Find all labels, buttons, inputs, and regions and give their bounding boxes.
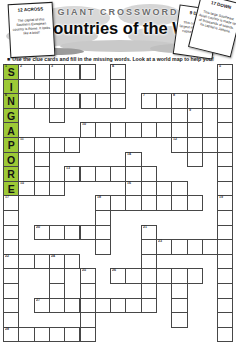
grid-cell-6-14[interactable] [217,152,233,168]
grid-cell-8-9[interactable] [141,181,157,197]
answer-letter: N [4,94,18,108]
crossword-poster: GIANT CROSSWORD Countries of the World 9… [0,0,236,343]
grid-cell-8-1[interactable]: 15 [18,181,34,197]
grid-cell-15-9[interactable] [141,283,157,299]
grid-cell-13-1[interactable] [18,254,34,270]
clue-number: 26 [112,268,116,272]
grid-cell-5-13[interactable] [202,137,218,153]
grid-cell-14-5[interactable]: 25 [80,268,96,284]
grid-cell-12-9[interactable] [141,239,157,255]
grid-cell-3-0[interactable]: G [3,108,19,124]
grid-cell-7-0[interactable]: R [3,166,19,182]
grid-cell-7-4[interactable]: 13 [64,166,80,182]
clue-number: 16 [127,181,131,185]
grid-cell-15-14[interactable] [217,283,233,299]
clue-number: 23 [158,239,162,243]
grid-cell-12-11[interactable] [171,239,187,255]
grid-cell-12-10[interactable]: 23 [156,239,172,255]
grid-cell-11-14[interactable] [217,225,233,241]
grid-cell-2-7[interactable] [110,93,126,109]
grid-cell-8-11[interactable] [171,181,187,197]
answer-letter: I [4,80,18,94]
grid-cell-16-5[interactable] [80,298,96,314]
grid-cell-12-13[interactable] [202,239,218,255]
grid-cell-18-14[interactable] [217,327,233,343]
grid-cell-4-0[interactable]: A [3,122,19,138]
clue-number: 13 [66,166,70,170]
grid-cell-15-3[interactable] [49,283,65,299]
clue-card-body: The capital of this Southern European co… [9,17,53,36]
grid-cell-16-7[interactable] [110,298,126,314]
grid-cell-4-6[interactable] [95,122,111,138]
grid-cell-12-14[interactable] [217,239,233,255]
grid-cell-14-11[interactable] [171,268,187,284]
grid-cell-5-4[interactable] [64,137,80,153]
grid-cell-14-14[interactable] [217,268,233,284]
clue-number: 20 [36,225,40,229]
grid-cell-0-7[interactable]: 4 [110,64,126,80]
grid-cell-14-8[interactable] [125,268,141,284]
grid-cell-3-14[interactable] [217,108,233,124]
grid-cell-5-3[interactable] [49,137,65,153]
grid-cell-14-10[interactable] [156,268,172,284]
clue-card-12-across: 12 ACROSS The capital of this Southern E… [8,2,56,58]
grid-cell-10-14[interactable] [217,210,233,226]
instruction-text: Use the clue cards and fill in the missi… [12,56,213,62]
clue-number: 11 [20,137,24,141]
answer-letter: G [4,109,18,123]
grid-cell-11-6[interactable] [95,225,111,241]
grid-cell-9-10[interactable] [156,195,172,211]
grid-cell-11-0[interactable] [3,225,19,241]
grid-cell-2-14[interactable] [217,93,233,109]
crossword-grid: 1S2345I6N78G9A10P1112O14R13E151617181920… [3,64,233,342]
grid-cell-9-14[interactable]: 19 [217,195,233,211]
grid-cell-16-6[interactable] [95,298,111,314]
grid-cell-18-5[interactable] [80,327,96,343]
grid-cell-8-10[interactable] [156,181,172,197]
grid-cell-4-14[interactable] [217,122,233,138]
grid-cell-11-3[interactable] [49,225,65,241]
grid-cell-16-3[interactable] [49,298,65,314]
grid-cell-1-7[interactable] [110,79,126,95]
grid-cell-2-10[interactable] [156,93,172,109]
grid-cell-17-0[interactable] [3,312,19,328]
grid-cell-4-8[interactable] [125,122,141,138]
grid-cell-0-4[interactable] [64,64,80,80]
grid-cell-16-0[interactable] [3,298,19,314]
answer-letter: S [4,65,18,79]
grid-cell-16-9[interactable] [141,298,157,314]
grid-cell-4-7[interactable] [110,122,126,138]
grid-cell-2-11[interactable]: 8 [171,93,187,109]
grid-cell-18-0[interactable]: 28 [3,327,19,343]
clue-number: 21 [143,225,147,229]
grid-cell-3-3[interactable] [49,108,65,124]
grid-cell-12-12[interactable] [187,239,203,255]
clue-card-body: This large Southeast Asian country is ma… [195,8,236,35]
square-bullet-icon: ■ [7,56,10,62]
grid-cell-6-2[interactable] [34,152,50,168]
grid-cell-4-9[interactable] [141,122,157,138]
grid-cell-6-12[interactable] [187,152,203,168]
clue-number: 18 [97,195,101,199]
grid-cell-16-14[interactable] [217,298,233,314]
grid-cell-18-1[interactable] [18,327,34,343]
grid-cell-14-7[interactable]: 26 [110,268,126,284]
clue-number: 14 [127,152,131,156]
grid-cell-6-8[interactable]: 14 [125,152,141,168]
grid-cell-16-2[interactable]: 27 [34,298,50,314]
answer-letter: E [4,182,18,196]
grid-cell-0-1[interactable]: 2 [18,64,34,80]
grid-cell-13-9[interactable] [141,254,157,270]
clue-number: 12 [173,137,177,141]
clue-number: 19 [219,195,223,199]
grid-cell-4-12[interactable] [187,122,203,138]
clue-number: 15 [20,181,24,185]
grid-cell-2-0[interactable]: 6N [3,93,19,109]
grid-cell-0-5[interactable] [80,64,96,80]
grid-cell-14-0[interactable] [3,268,19,284]
grid-cell-14-12[interactable] [187,268,203,284]
grid-cell-8-3[interactable] [49,181,65,197]
grid-cell-10-0[interactable] [3,210,19,226]
grid-cell-7-14[interactable] [217,166,233,182]
clue-number: 3 [51,64,53,68]
grid-cell-15-5[interactable] [80,283,96,299]
grid-cell-15-11[interactable] [171,283,187,299]
grid-cell-2-9[interactable]: 7 [141,93,157,109]
grid-cell-10-6[interactable] [95,210,111,226]
grid-cell-7-6[interactable] [95,166,111,182]
grid-cell-9-12[interactable] [187,195,203,211]
grid-cell-9-0[interactable]: 17 [3,195,19,211]
grid-cell-11-4[interactable] [64,225,80,241]
grid-cell-18-4[interactable] [64,327,80,343]
grid-cell-2-13[interactable] [202,93,218,109]
grid-cell-7-2[interactable] [34,166,50,182]
instruction-line: ■Use the clue cards and fill in the miss… [7,56,205,61]
grid-cell-11-9[interactable]: 21 [141,225,157,241]
answer-letter: R [4,167,18,181]
grid-cell-5-12[interactable] [187,137,203,153]
grid-cell-0-14[interactable]: 5 [217,64,233,80]
grid-cell-5-2[interactable] [34,137,50,153]
grid-cell-7-7[interactable] [110,166,126,182]
grid-cell-5-14[interactable] [217,137,233,153]
grid-cell-0-2[interactable] [34,64,50,80]
grid-cell-3-12[interactable]: 9 [187,108,203,124]
grid-cell-0-3[interactable]: 3 [49,64,65,80]
grid-cell-8-2[interactable] [34,181,50,197]
clue-number: 10 [82,122,86,126]
clue-number: 27 [36,298,40,302]
clue-number: 2 [20,64,22,68]
grid-cell-16-4[interactable] [64,298,80,314]
grid-cell-2-6[interactable] [95,93,111,109]
clue-number: 22 [5,254,9,258]
grid-cell-13-4[interactable] [64,254,80,270]
grid-cell-2-12[interactable] [187,93,203,109]
grid-cell-15-0[interactable] [3,283,19,299]
clue-number: 4 [112,64,114,68]
grid-cell-6-0[interactable]: O [3,152,19,168]
grid-cell-7-8[interactable] [125,166,141,182]
grid-cell-5-0[interactable]: P [3,137,19,153]
grid-cell-13-3[interactable]: 24 [49,254,65,270]
answer-letter: P [4,138,18,152]
grid-cell-14-3[interactable] [49,268,65,284]
grid-cell-1-3[interactable] [49,79,65,95]
grid-cell-0-0[interactable]: 1S [3,64,19,80]
clue-number: 8 [173,93,175,97]
grid-cell-2-4[interactable] [64,93,80,109]
grid-cell-3-11[interactable] [171,108,187,124]
grid-cell-16-11[interactable] [171,298,187,314]
clue-card-header: 12 ACROSS [9,6,52,13]
grid-cell-11-2[interactable]: 20 [34,225,50,241]
grid-cell-1-14[interactable] [217,79,233,95]
grid-cell-16-8[interactable] [125,298,141,314]
answer-letter: A [4,123,18,137]
grid-cell-17-5[interactable] [80,312,96,328]
grid-cell-18-2[interactable] [34,327,50,343]
clue-number: 9 [189,108,191,112]
grid-cell-7-9[interactable] [141,166,157,182]
grid-cell-2-1[interactable] [18,93,34,109]
grid-cell-13-0[interactable]: 22 [3,254,19,270]
grid-cell-4-5[interactable]: 10 [80,122,96,138]
grid-cell-13-2[interactable] [34,254,50,270]
answer-letter: O [4,153,18,167]
grid-cell-14-9[interactable] [141,268,157,284]
grid-cell-8-8[interactable]: 16 [125,181,141,197]
grid-cell-17-11[interactable] [171,312,187,328]
clue-number: 28 [5,327,9,331]
clue-number: 25 [82,268,86,272]
clue-number: 24 [51,254,55,258]
grid-cell-18-3[interactable] [49,327,65,343]
clue-number: 5 [219,64,221,68]
grid-cell-9-6[interactable]: 18 [95,195,111,211]
clue-number: 17 [5,195,9,199]
clue-number: 7 [143,93,145,97]
grid-cell-12-6[interactable] [95,239,111,255]
grid-cell-2-5[interactable] [80,93,96,109]
grid-cell-2-2[interactable] [34,93,50,109]
grid-cell-9-7[interactable] [110,195,126,211]
grid-cell-11-5[interactable] [80,225,96,241]
grid-cell-13-14[interactable] [217,254,233,270]
grid-cell-5-1[interactable]: 11 [18,137,34,153]
grid-cell-17-14[interactable] [217,312,233,328]
grid-cell-4-10[interactable] [156,122,172,138]
grid-cell-12-0[interactable] [3,239,19,255]
grid-cell-9-11[interactable] [171,195,187,211]
grid-cell-7-5[interactable] [80,166,96,182]
grid-cell-9-8[interactable] [125,195,141,211]
grid-cell-9-9[interactable] [141,195,157,211]
grid-cell-2-3[interactable] [49,93,65,109]
grid-cell-5-11[interactable]: 12 [171,137,187,153]
